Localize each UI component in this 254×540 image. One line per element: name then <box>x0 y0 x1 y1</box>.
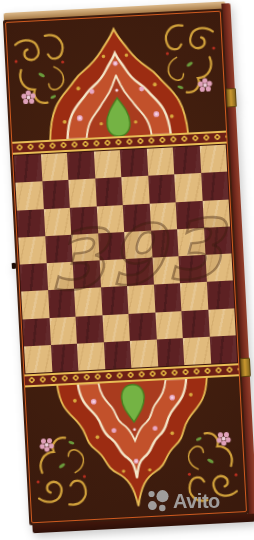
square-g2 <box>181 309 209 338</box>
square-d1 <box>103 341 131 370</box>
latch-pin-icon <box>12 263 16 269</box>
square-g1 <box>183 336 211 365</box>
square-e1 <box>130 339 158 368</box>
photo-watermark: 393 <box>50 208 227 304</box>
square-f8 <box>146 147 174 176</box>
square-a1 <box>24 345 52 374</box>
square-d8 <box>93 150 121 179</box>
square-a2 <box>23 318 51 347</box>
square-f1 <box>156 338 184 367</box>
avito-watermark: Avito <box>145 487 220 515</box>
top-ornament-panel <box>6 12 226 142</box>
square-g8 <box>173 146 201 175</box>
square-h2 <box>208 308 236 337</box>
dome-ornament-icon <box>7 18 225 143</box>
square-e7 <box>121 176 149 205</box>
square-a4 <box>20 263 48 292</box>
avito-logo-icon <box>145 487 171 515</box>
square-b7 <box>42 180 70 209</box>
square-c1 <box>77 342 105 371</box>
square-b2 <box>49 316 77 345</box>
square-c7 <box>68 179 96 208</box>
square-f7 <box>148 175 176 204</box>
square-h8 <box>199 145 227 174</box>
hinge-icon <box>240 358 251 377</box>
square-e8 <box>120 149 148 178</box>
square-d2 <box>102 313 130 342</box>
square-b1 <box>50 343 78 372</box>
square-d7 <box>95 177 123 206</box>
square-a7 <box>15 182 43 211</box>
square-c8 <box>67 152 95 181</box>
product-photo: 393 Avito <box>0 0 254 540</box>
square-h1 <box>209 335 237 364</box>
square-b8 <box>40 153 68 182</box>
square-c2 <box>76 315 104 344</box>
square-a6 <box>17 209 45 238</box>
square-f2 <box>155 311 183 340</box>
square-e2 <box>128 312 156 341</box>
avito-logo-text: Avito <box>173 490 220 513</box>
square-a8 <box>14 154 42 183</box>
square-g7 <box>174 173 202 202</box>
square-a5 <box>18 236 46 265</box>
hinge-icon <box>226 88 237 107</box>
square-h7 <box>201 172 229 201</box>
square-a3 <box>21 290 49 319</box>
